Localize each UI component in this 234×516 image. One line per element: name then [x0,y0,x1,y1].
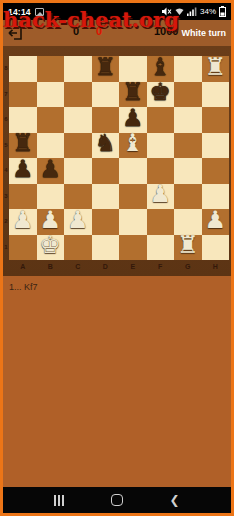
square-h1[interactable] [202,235,230,261]
square-h5[interactable] [202,133,230,159]
file-label-F: F [147,260,175,276]
piece-white-pawn-f3[interactable]: ♟ [147,182,175,208]
piece-black-bishop-f8[interactable]: ♝ [147,54,175,80]
file-label-G: G [174,260,202,276]
square-g6[interactable] [174,107,202,133]
square-f1[interactable] [147,235,175,261]
piece-black-pawn-e6[interactable]: ♟ [119,105,147,131]
square-a8[interactable] [9,56,37,82]
move-list-entry: 1... Kf7 [9,282,38,292]
piece-black-rook-e7[interactable]: ♜ [119,80,147,106]
mute-icon [162,7,172,16]
square-d1[interactable] [92,235,120,261]
square-g7[interactable] [174,82,202,108]
square-d2[interactable] [92,209,120,235]
square-d5[interactable]: ♞ [92,133,120,159]
piece-white-king-b1[interactable]: ♚ [37,233,65,259]
piece-black-pawn-a4[interactable]: ♟ [9,156,37,182]
square-b1[interactable]: ♚ [37,235,65,261]
square-g3[interactable] [174,184,202,210]
square-e1[interactable] [119,235,147,261]
square-b4[interactable]: ♟ [37,158,65,184]
move-list-panel: 1... Kf7 [3,276,231,487]
piece-black-rook-d8[interactable]: ♜ [92,54,120,80]
file-labels: ABCDEFGH [9,260,229,276]
square-a4[interactable]: ♟ [9,158,37,184]
square-f5[interactable] [147,133,175,159]
wifi-icon [175,7,184,16]
square-h8[interactable]: ♜ [202,56,230,82]
phone-screen: 14:14 34% hack-cheat.org [0,0,234,516]
square-h2[interactable]: ♟ [202,209,230,235]
square-g1[interactable]: ♜ [174,235,202,261]
square-e5[interactable]: ♝ [119,133,147,159]
chess-board: 87654321 ♜♝♜♜♚♟♜♞♝♟♟♟♟♟♟♟♚♜ ABCDEFGH [3,46,231,276]
square-d8[interactable]: ♜ [92,56,120,82]
square-a1[interactable] [9,235,37,261]
square-h6[interactable] [202,107,230,133]
square-b6[interactable] [37,107,65,133]
piece-white-bishop-e5[interactable]: ♝ [119,131,147,157]
square-a7[interactable] [9,82,37,108]
square-c8[interactable] [64,56,92,82]
battery-percent: 34% [200,7,216,16]
captured-count-left: 0 [73,25,79,37]
board-grid: ♜♝♜♜♚♟♜♞♝♟♟♟♟♟♟♟♚♜ [9,56,229,260]
square-b8[interactable] [37,56,65,82]
piece-black-king-f7[interactable]: ♚ [147,80,175,106]
piece-black-knight-d5[interactable]: ♞ [92,131,120,157]
square-f3[interactable]: ♟ [147,184,175,210]
battery-icon [219,6,226,17]
file-label-A: A [9,260,37,276]
app-header: 0 0 1000 White turn [3,20,231,46]
square-e4[interactable] [119,158,147,184]
square-h7[interactable] [202,82,230,108]
turn-indicator: White turn [182,28,227,38]
clock: 14:14 [8,7,31,17]
piece-black-rook-a5[interactable]: ♜ [9,131,37,157]
square-c1[interactable] [64,235,92,261]
square-f2[interactable] [147,209,175,235]
piece-white-rook-g1[interactable]: ♜ [174,233,202,259]
square-d7[interactable] [92,82,120,108]
piece-white-pawn-a2[interactable]: ♟ [9,207,37,233]
square-f7[interactable]: ♚ [147,82,175,108]
home-icon[interactable] [111,494,123,506]
square-g4[interactable] [174,158,202,184]
square-c5[interactable] [64,133,92,159]
square-f6[interactable] [147,107,175,133]
square-e3[interactable] [119,184,147,210]
square-h4[interactable] [202,158,230,184]
signal-icon [187,7,197,16]
exit-back-arrow-icon[interactable] [8,26,22,40]
square-g8[interactable] [174,56,202,82]
piece-white-rook-h8[interactable]: ♜ [202,54,230,80]
file-label-C: C [64,260,92,276]
square-a2[interactable]: ♟ [9,209,37,235]
recents-icon[interactable] [54,495,64,506]
file-label-D: D [92,260,120,276]
square-e2[interactable] [119,209,147,235]
square-c7[interactable] [64,82,92,108]
square-c4[interactable] [64,158,92,184]
square-g5[interactable] [174,133,202,159]
file-label-H: H [202,260,230,276]
file-label-E: E [119,260,147,276]
square-c2[interactable]: ♟ [64,209,92,235]
square-d3[interactable] [92,184,120,210]
square-b7[interactable] [37,82,65,108]
square-d4[interactable] [92,158,120,184]
status-icons: 34% [162,6,226,17]
captured-count-red: 0 [96,25,102,37]
square-c6[interactable] [64,107,92,133]
piece-white-pawn-h2[interactable]: ♟ [202,207,230,233]
piece-white-pawn-b2[interactable]: ♟ [37,207,65,233]
piece-white-pawn-c2[interactable]: ♟ [64,207,92,233]
status-bar: 14:14 34% [3,3,231,20]
android-nav-bar: ❮ [3,487,231,513]
engine-level-timer: 1000 [154,25,178,37]
back-chevron-icon[interactable]: ❮ [170,494,180,506]
screenshot-image-icon [35,8,44,16]
piece-black-pawn-b4[interactable]: ♟ [37,156,65,182]
file-label-B: B [37,260,65,276]
